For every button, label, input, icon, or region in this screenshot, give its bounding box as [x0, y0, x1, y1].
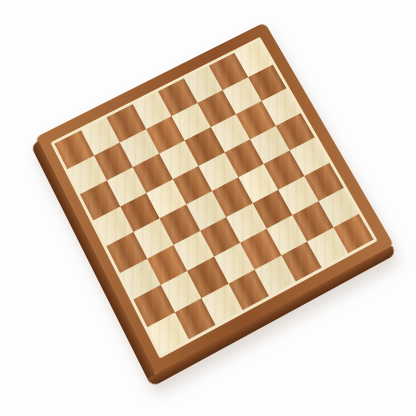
chessboard — [79, 58, 345, 324]
board-squares — [54, 40, 373, 354]
photo-background — [0, 0, 416, 416]
board-frame — [35, 22, 395, 376]
board-inlay-line — [50, 37, 377, 359]
